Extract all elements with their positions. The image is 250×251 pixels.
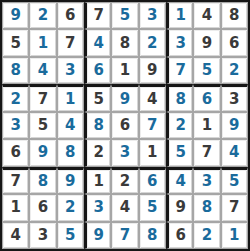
cell-r8c5[interactable]: 4	[111, 194, 138, 221]
cell-r6c6[interactable]: 1	[139, 139, 166, 166]
cell-r8c2[interactable]: 6	[29, 194, 56, 221]
cell-r5c9[interactable]: 9	[221, 112, 248, 139]
cell-r2c2[interactable]: 1	[29, 29, 56, 56]
cell-r1c9[interactable]: 8	[221, 2, 248, 29]
cell-r8c4[interactable]: 3	[84, 194, 111, 221]
cell-r7c3[interactable]: 9	[57, 167, 84, 194]
cell-r8c7[interactable]: 9	[166, 194, 193, 221]
cell-r3c4[interactable]: 6	[84, 57, 111, 84]
cell-r9c7[interactable]: 6	[166, 222, 193, 249]
cell-r2c8[interactable]: 9	[193, 29, 220, 56]
cell-r2c4[interactable]: 4	[84, 29, 111, 56]
cell-r6c8[interactable]: 7	[193, 139, 220, 166]
cell-r9c1[interactable]: 4	[2, 222, 29, 249]
cell-r4c2[interactable]: 7	[29, 84, 56, 111]
cell-r7c1[interactable]: 7	[2, 167, 29, 194]
cell-r3c3[interactable]: 3	[57, 57, 84, 84]
cell-r7c9[interactable]: 5	[221, 167, 248, 194]
cell-r4c1[interactable]: 2	[2, 84, 29, 111]
sudoku-board: 9267531485174823968436197522715948633548…	[2, 2, 248, 249]
cell-r1c6[interactable]: 3	[139, 2, 166, 29]
cell-r1c1[interactable]: 9	[2, 2, 29, 29]
cell-r8c6[interactable]: 5	[139, 194, 166, 221]
cell-r2c3[interactable]: 7	[57, 29, 84, 56]
cell-r5c1[interactable]: 3	[2, 112, 29, 139]
cell-r4c6[interactable]: 4	[139, 84, 166, 111]
cell-r3c5[interactable]: 1	[111, 57, 138, 84]
cell-r9c8[interactable]: 2	[193, 222, 220, 249]
cell-r6c4[interactable]: 2	[84, 139, 111, 166]
cell-r5c7[interactable]: 2	[166, 112, 193, 139]
cell-r6c5[interactable]: 3	[111, 139, 138, 166]
cell-r9c9[interactable]: 1	[221, 222, 248, 249]
cell-r4c5[interactable]: 9	[111, 84, 138, 111]
cell-r3c8[interactable]: 5	[193, 57, 220, 84]
cell-r4c3[interactable]: 1	[57, 84, 84, 111]
cell-r9c4[interactable]: 9	[84, 222, 111, 249]
cell-r1c8[interactable]: 4	[193, 2, 220, 29]
cell-r6c9[interactable]: 4	[221, 139, 248, 166]
cell-r1c4[interactable]: 7	[84, 2, 111, 29]
cell-r6c1[interactable]: 6	[2, 139, 29, 166]
cell-r2c7[interactable]: 3	[166, 29, 193, 56]
cell-r5c3[interactable]: 4	[57, 112, 84, 139]
cell-r4c8[interactable]: 6	[193, 84, 220, 111]
cell-r1c3[interactable]: 6	[57, 2, 84, 29]
cell-r4c4[interactable]: 5	[84, 84, 111, 111]
cell-r1c7[interactable]: 1	[166, 2, 193, 29]
cell-r6c7[interactable]: 5	[166, 139, 193, 166]
cell-r8c3[interactable]: 2	[57, 194, 84, 221]
cell-r9c5[interactable]: 7	[111, 222, 138, 249]
sudoku-board-frame: 9267531485174823968436197522715948633548…	[0, 0, 250, 251]
cell-r3c9[interactable]: 2	[221, 57, 248, 84]
cell-r5c5[interactable]: 6	[111, 112, 138, 139]
cell-r4c7[interactable]: 8	[166, 84, 193, 111]
cell-r2c6[interactable]: 2	[139, 29, 166, 56]
cell-r5c2[interactable]: 5	[29, 112, 56, 139]
cell-r5c4[interactable]: 8	[84, 112, 111, 139]
cell-r5c8[interactable]: 1	[193, 112, 220, 139]
cell-r1c5[interactable]: 5	[111, 2, 138, 29]
cell-r6c2[interactable]: 9	[29, 139, 56, 166]
cell-r2c9[interactable]: 6	[221, 29, 248, 56]
cell-r1c2[interactable]: 2	[29, 2, 56, 29]
cell-r7c8[interactable]: 3	[193, 167, 220, 194]
cell-r7c5[interactable]: 2	[111, 167, 138, 194]
cell-r6c3[interactable]: 8	[57, 139, 84, 166]
cell-r8c8[interactable]: 8	[193, 194, 220, 221]
cell-r3c7[interactable]: 7	[166, 57, 193, 84]
cell-r9c6[interactable]: 8	[139, 222, 166, 249]
cell-r4c9[interactable]: 3	[221, 84, 248, 111]
cell-r8c9[interactable]: 7	[221, 194, 248, 221]
cell-r9c3[interactable]: 5	[57, 222, 84, 249]
cell-r7c7[interactable]: 4	[166, 167, 193, 194]
cell-r9c2[interactable]: 3	[29, 222, 56, 249]
cell-r7c4[interactable]: 1	[84, 167, 111, 194]
cell-r3c2[interactable]: 4	[29, 57, 56, 84]
cell-r7c6[interactable]: 6	[139, 167, 166, 194]
cell-r7c2[interactable]: 8	[29, 167, 56, 194]
cell-r2c1[interactable]: 5	[2, 29, 29, 56]
cell-r3c6[interactable]: 9	[139, 57, 166, 84]
cell-r5c6[interactable]: 7	[139, 112, 166, 139]
cell-r2c5[interactable]: 8	[111, 29, 138, 56]
cell-r8c1[interactable]: 1	[2, 194, 29, 221]
cell-r3c1[interactable]: 8	[2, 57, 29, 84]
